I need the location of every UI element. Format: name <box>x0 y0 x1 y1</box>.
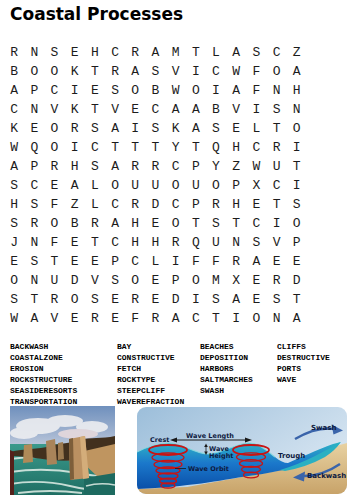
grid-cell: E <box>246 195 266 214</box>
grid-cell: V <box>44 100 64 119</box>
grid-cell: R <box>226 252 246 271</box>
grid-cell: U <box>125 176 145 195</box>
grid-cell: C <box>24 176 44 195</box>
grid-cell: T <box>266 119 286 138</box>
word-item: SWASH <box>200 385 277 396</box>
grid-cell: R <box>105 62 125 81</box>
word-item: BEACHES <box>200 341 277 352</box>
grid-cell: C <box>266 176 286 195</box>
grid-cell: Q <box>24 138 44 157</box>
grid-cell: A <box>226 290 246 309</box>
grid-cell: R <box>65 119 85 138</box>
grid-cell: Q <box>186 233 206 252</box>
grid-cell: P <box>105 252 125 271</box>
grid-cell: H <box>145 233 165 252</box>
grid-cell: M <box>206 271 226 290</box>
grid-cell: I <box>266 214 286 233</box>
grid-cell: S <box>105 271 125 290</box>
word-list-column: BAYCONSTRUCTIVEFETCHROCKTYPESTEEPCLIFFWA… <box>117 341 200 408</box>
grid-cell: H <box>85 43 105 62</box>
grid-cell: P <box>186 157 206 176</box>
grid-cell: S <box>4 290 24 309</box>
page-title: Coastal Processes <box>10 4 183 24</box>
grid-cell: R <box>24 214 44 233</box>
grid-cell: F <box>125 309 145 328</box>
word-item: CLIFFS <box>277 341 350 352</box>
grid-cell: O <box>266 62 286 81</box>
grid-cell: O <box>125 271 145 290</box>
grid-cell: T <box>125 138 145 157</box>
grid-cell: T <box>226 214 246 233</box>
grid-cell: R <box>125 195 145 214</box>
grid-cell: Q <box>206 138 226 157</box>
word-item: COASTALZONE <box>10 352 117 363</box>
grid-cell: O <box>65 290 85 309</box>
word-search-grid: RNSEHCRAMTLASCZBOOKTRASVICWFOAAPCIESOBWO… <box>4 43 307 328</box>
word-list-column: BACKWASHCOASTALZONEEROSIONROCKSTRUCTURES… <box>10 341 117 408</box>
wave-height-label-2: Height <box>209 452 233 460</box>
grid-cell: I <box>125 119 145 138</box>
grid-cell: S <box>24 252 44 271</box>
grid-cell: C <box>85 138 105 157</box>
word-list: BACKWASHCOASTALZONEEROSIONROCKSTRUCTURES… <box>10 341 350 408</box>
grid-cell: A <box>226 81 246 100</box>
grid-cell: R <box>266 271 286 290</box>
grid-cell: P <box>287 233 307 252</box>
grid-cell: A <box>65 176 85 195</box>
grid-cell: R <box>125 43 145 62</box>
grid-cell: E <box>145 271 165 290</box>
grid-cell: T <box>287 157 307 176</box>
grid-cell: C <box>206 62 226 81</box>
grid-cell: E <box>4 252 24 271</box>
grid-cell: E <box>125 100 145 119</box>
grid-cell: V <box>166 62 186 81</box>
grid-cell: A <box>166 100 186 119</box>
grid-cell: K <box>65 62 85 81</box>
grid-cell: W <box>226 62 246 81</box>
word-list-column: CLIFFSDESTRUCTIVEPORTSWAVE <box>277 341 350 385</box>
grid-cell: E <box>145 214 165 233</box>
grid-cell: V <box>105 100 125 119</box>
grid-cell: U <box>186 176 206 195</box>
grid-cell: L <box>206 43 226 62</box>
grid-cell: O <box>186 81 206 100</box>
grid-cell: E <box>65 233 85 252</box>
grid-cell: K <box>166 119 186 138</box>
grid-cell: E <box>65 252 85 271</box>
grid-cell: V <box>44 309 64 328</box>
word-item: WAVE <box>277 374 350 385</box>
grid-cell: U <box>44 271 64 290</box>
grid-cell: N <box>24 43 44 62</box>
grid-cell: S <box>4 176 24 195</box>
grid-cell: U <box>206 233 226 252</box>
grid-cell: S <box>85 119 105 138</box>
grid-cell: H <box>226 138 246 157</box>
grid-cell: O <box>44 119 64 138</box>
grid-cell: R <box>166 233 186 252</box>
grid-cell: E <box>24 119 44 138</box>
grid-cell: R <box>206 195 226 214</box>
grid-cell: V <box>226 100 246 119</box>
grid-cell: S <box>246 233 266 252</box>
grid-cell: A <box>4 81 24 100</box>
grid-cell: T <box>145 138 165 157</box>
grid-cell: S <box>105 81 125 100</box>
grid-cell: S <box>44 43 64 62</box>
grid-cell: A <box>145 43 165 62</box>
grid-cell: S <box>206 214 226 233</box>
grid-cell: F <box>44 233 64 252</box>
grid-cell: H <box>125 214 145 233</box>
word-list-column: BEACHESDEPOSITIONHARBORSSALTMARCHESSWASH <box>200 341 277 396</box>
grid-cell: Y <box>166 138 186 157</box>
grid-cell: N <box>266 81 286 100</box>
grid-cell: Z <box>65 195 85 214</box>
grid-cell: S <box>145 62 165 81</box>
grid-cell: F <box>186 252 206 271</box>
grid-cell: F <box>44 195 64 214</box>
word-item: ROCKTYPE <box>117 374 200 385</box>
grid-cell: D <box>65 271 85 290</box>
grid-cell: O <box>125 81 145 100</box>
grid-cell: T <box>206 309 226 328</box>
grid-cell: E <box>85 252 105 271</box>
grid-cell: O <box>246 309 266 328</box>
grid-cell: O <box>166 176 186 195</box>
grid-cell: W <box>4 138 24 157</box>
word-item: FETCH <box>117 363 200 374</box>
grid-cell: R <box>145 157 165 176</box>
grid-cell: C <box>246 138 266 157</box>
grid-cell: Z <box>287 43 307 62</box>
grid-cell: A <box>125 62 145 81</box>
grid-cell: O <box>206 176 226 195</box>
grid-cell: I <box>287 176 307 195</box>
grid-cell: R <box>85 214 105 233</box>
swash-label: Swash <box>311 424 336 432</box>
grid-cell: Y <box>206 157 226 176</box>
grid-cell: O <box>44 62 64 81</box>
grid-cell: P <box>24 81 44 100</box>
worksheet-page: Coastal Processes RNSEHCRAMTLASCZBOOKTRA… <box>0 0 354 500</box>
grid-cell: H <box>65 157 85 176</box>
grid-cell: A <box>186 100 206 119</box>
grid-cell: S <box>24 195 44 214</box>
grid-cell: O <box>4 271 24 290</box>
grid-cell: T <box>85 100 105 119</box>
grid-cell: C <box>186 309 206 328</box>
grid-cell: X <box>226 271 246 290</box>
grid-cell: A <box>4 157 24 176</box>
grid-cell: S <box>287 195 307 214</box>
word-item: SEASIDERESORTS <box>10 385 117 396</box>
grid-cell: C <box>4 100 24 119</box>
grid-cell: R <box>4 43 24 62</box>
grid-cell: T <box>266 195 286 214</box>
grid-cell: A <box>105 214 125 233</box>
grid-cell: R <box>44 290 64 309</box>
grid-cell: H <box>4 195 24 214</box>
grid-cell: K <box>4 119 24 138</box>
grid-cell: I <box>206 81 226 100</box>
grid-cell: I <box>65 81 85 100</box>
grid-cell: A <box>105 157 125 176</box>
grid-cell: D <box>166 290 186 309</box>
grid-cell: C <box>166 157 186 176</box>
grid-cell: R <box>145 309 165 328</box>
grid-cell: W <box>166 81 186 100</box>
grid-cell: N <box>226 233 246 252</box>
word-item: BACKWASH <box>10 341 117 352</box>
grid-cell: N <box>24 233 44 252</box>
grid-cell: M <box>166 43 186 62</box>
grid-cell: O <box>287 214 307 233</box>
grid-cell: R <box>85 309 105 328</box>
grid-cell: E <box>105 309 125 328</box>
word-item: CONSTRUCTIVE <box>117 352 200 363</box>
grid-cell: R <box>125 157 145 176</box>
word-item: DESTRUCTIVE <box>277 352 350 363</box>
word-item: ROCKSTRUCTURE <box>10 374 117 385</box>
grid-cell: A <box>226 43 246 62</box>
grid-cell: T <box>44 252 64 271</box>
grid-cell: R <box>44 157 64 176</box>
grid-cell: E <box>65 43 85 62</box>
backwash-label: Backwash <box>307 472 346 480</box>
grid-cell: E <box>246 271 266 290</box>
grid-cell: I <box>186 290 206 309</box>
grid-cell: C <box>105 233 125 252</box>
grid-cell: I <box>226 309 246 328</box>
grid-cell: I <box>246 100 266 119</box>
grid-cell: S <box>266 290 286 309</box>
trough-label: Trough <box>278 452 305 460</box>
grid-cell: C <box>105 195 125 214</box>
grid-cell: A <box>24 309 44 328</box>
grid-cell: N <box>287 100 307 119</box>
grid-cell: L <box>246 119 266 138</box>
word-item: STEEPCLIFF <box>117 385 200 396</box>
grid-cell: O <box>44 138 64 157</box>
grid-cell: D <box>287 271 307 290</box>
grid-cell: S <box>266 100 286 119</box>
grid-cell: A <box>186 119 206 138</box>
grid-cell: S <box>206 119 226 138</box>
grid-cell: T <box>105 138 125 157</box>
grid-cell: U <box>266 157 286 176</box>
grid-cell: S <box>206 290 226 309</box>
grid-cell: C <box>105 43 125 62</box>
grid-cell: L <box>85 195 105 214</box>
photo-dark-edge <box>10 450 14 495</box>
grid-cell: V <box>266 233 286 252</box>
grid-cell: H <box>125 233 145 252</box>
grid-cell: K <box>65 100 85 119</box>
crest-label: Crest <box>150 436 169 444</box>
grid-cell: F <box>206 252 226 271</box>
grid-cell: S <box>246 43 266 62</box>
grid-cell: S <box>4 214 24 233</box>
grid-cell: B <box>145 81 165 100</box>
word-item: WAVEREFRACTION <box>117 396 200 407</box>
grid-cell: P <box>226 176 246 195</box>
word-item: SALTMARCHES <box>200 374 277 385</box>
grid-cell: H <box>226 195 246 214</box>
grid-cell: S <box>85 157 105 176</box>
word-item: PORTS <box>277 363 350 374</box>
grid-cell: W <box>246 157 266 176</box>
wave-orbit-label: Wave Orbit <box>188 465 229 473</box>
grid-cell: Z <box>226 157 246 176</box>
grid-cell: E <box>226 119 246 138</box>
grid-cell: A <box>105 119 125 138</box>
grid-cell: N <box>24 100 44 119</box>
grid-cell: C <box>266 43 286 62</box>
grid-cell: S <box>145 119 165 138</box>
grid-cell: O <box>44 214 64 233</box>
grid-cell: T <box>287 290 307 309</box>
grid-cell: A <box>287 309 307 328</box>
word-item: HARBORS <box>200 363 277 374</box>
grid-cell: E <box>266 252 286 271</box>
grid-cell: B <box>65 214 85 233</box>
grid-cell: O <box>24 62 44 81</box>
grid-cell: C <box>246 214 266 233</box>
wave-diagram: Crest Wave Length Wave Height Wave Orbit… <box>137 407 347 494</box>
grid-cell: A <box>166 309 186 328</box>
grid-cell: C <box>44 81 64 100</box>
grid-cell: T <box>186 43 206 62</box>
grid-cell: E <box>85 81 105 100</box>
grid-cell: P <box>24 157 44 176</box>
grid-cell: R <box>125 290 145 309</box>
grid-cell: N <box>266 309 286 328</box>
grid-cell: V <box>85 271 105 290</box>
grid-cell: D <box>145 195 165 214</box>
word-item: DEPOSITION <box>200 352 277 363</box>
word-item: BAY <box>117 341 200 352</box>
grid-cell: E <box>105 290 125 309</box>
grid-cell: T <box>186 138 206 157</box>
grid-cell: O <box>166 214 186 233</box>
grid-cell: S <box>85 290 105 309</box>
grid-cell: O <box>287 119 307 138</box>
grid-cell: X <box>246 176 266 195</box>
grid-cell: L <box>145 252 165 271</box>
grid-cell: I <box>166 252 186 271</box>
grid-cell: P <box>166 271 186 290</box>
grid-cell: T <box>85 233 105 252</box>
grid-cell: A <box>246 252 266 271</box>
grid-cell: F <box>246 81 266 100</box>
grid-cell: E <box>145 290 165 309</box>
grid-cell: I <box>287 138 307 157</box>
grid-cell: E <box>44 176 64 195</box>
word-item: EROSION <box>10 363 117 374</box>
grid-cell: P <box>186 195 206 214</box>
grid-cell: E <box>287 252 307 271</box>
grid-cell: T <box>85 62 105 81</box>
grid-cell: J <box>4 233 24 252</box>
grid-cell: T <box>24 290 44 309</box>
grid-cell: E <box>246 290 266 309</box>
grid-cell: T <box>186 214 206 233</box>
grid-cell: F <box>246 62 266 81</box>
grid-cell: H <box>287 81 307 100</box>
grid-cell: L <box>85 176 105 195</box>
grid-cell: B <box>206 100 226 119</box>
grid-cell: N <box>24 271 44 290</box>
grid-cell: E <box>65 309 85 328</box>
grid-cell: C <box>166 195 186 214</box>
grid-cell: A <box>287 62 307 81</box>
grid-cell: I <box>65 138 85 157</box>
grid-cell: U <box>145 176 165 195</box>
grid-cell: C <box>145 100 165 119</box>
grid-cell: R <box>266 138 286 157</box>
grid-cell: C <box>125 252 145 271</box>
wave-length-label: Wave Length <box>186 432 234 440</box>
grid-cell: I <box>186 62 206 81</box>
coastal-cliffs-photo <box>10 406 115 495</box>
grid-cell: O <box>186 271 206 290</box>
grid-cell: W <box>4 309 24 328</box>
grid-cell: O <box>105 176 125 195</box>
grid-cell: B <box>4 62 24 81</box>
